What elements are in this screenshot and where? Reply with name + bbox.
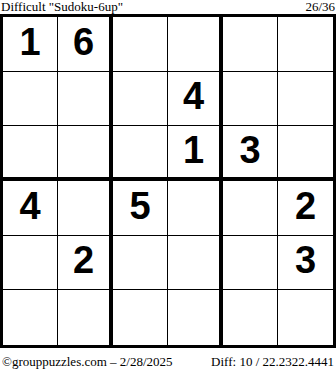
cell-r1c3 [113,17,168,72]
cell-r3c1 [3,126,58,181]
cell-r3c5: 3 [223,126,278,181]
cell-r4c4 [168,181,223,236]
page-footer: ©grouppuzzles.com – 2/28/2025 Diff: 10 /… [0,348,336,370]
cell-r5c3 [113,236,168,291]
cell-r6c2 [58,290,113,345]
cell-r5c4 [168,236,223,291]
cell-r2c3 [113,72,168,127]
page-header: Difficult "Sudoku-6up" 26/36 [0,0,336,14]
footer-copyright: ©grouppuzzles.com – 2/28/2025 [2,355,173,368]
page-title: Difficult "Sudoku-6up" [1,0,123,13]
cell-r3c4: 1 [168,126,223,181]
cell-r1c4 [168,17,223,72]
puzzle-counter: 26/36 [305,0,335,13]
cell-r5c5 [223,236,278,291]
footer-difficulty: Diff: 10 / 22.2322.4441 [211,355,334,368]
cell-r3c6 [278,126,333,181]
cell-r1c2: 6 [58,17,113,72]
cell-r6c4 [168,290,223,345]
cell-r5c1 [3,236,58,291]
cell-r6c6 [278,290,333,345]
cell-r2c5 [223,72,278,127]
cell-r2c1 [3,72,58,127]
cell-r4c2 [58,181,113,236]
cell-r6c3 [113,290,168,345]
cell-r2c4: 4 [168,72,223,127]
cell-r6c5 [223,290,278,345]
cell-r4c3: 5 [113,181,168,236]
cell-r6c1 [3,290,58,345]
cell-r4c5 [223,181,278,236]
cell-r4c1: 4 [3,181,58,236]
cell-r4c6: 2 [278,181,333,236]
cell-r3c3 [113,126,168,181]
cell-r2c6 [278,72,333,127]
cell-r1c6 [278,17,333,72]
cell-r2c2 [58,72,113,127]
cell-r1c1: 1 [3,17,58,72]
cell-r1c5 [223,17,278,72]
cell-r5c2: 2 [58,236,113,291]
cell-r5c6: 3 [278,236,333,291]
cell-r3c2 [58,126,113,181]
sudoku-board: 1641345223 [0,14,336,348]
